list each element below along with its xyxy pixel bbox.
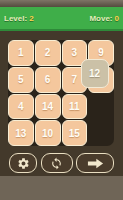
tile-11[interactable]: 11	[62, 94, 88, 120]
move-label: Move:	[89, 14, 112, 23]
puzzle-board: 1239567841411131015	[8, 40, 114, 146]
move-counter: Move: 0	[89, 14, 119, 23]
restart-button[interactable]	[41, 153, 73, 173]
refresh-icon	[50, 157, 63, 170]
tile-2[interactable]: 2	[35, 40, 61, 66]
gear-icon	[17, 157, 30, 170]
tile-12-moving[interactable]: 12	[81, 59, 109, 88]
arrow-right-icon	[87, 158, 104, 169]
game-screen: Level: 2 Move: 0 1239567841411131015 12	[0, 0, 123, 200]
level-label: Level:	[4, 14, 27, 23]
level-indicator: Level: 2	[4, 14, 34, 23]
empty-cell	[88, 94, 114, 120]
move-value: 0	[115, 14, 119, 23]
status-bar	[0, 0, 123, 7]
toolbar	[9, 153, 114, 173]
tile-1[interactable]: 1	[8, 40, 34, 66]
tile-13[interactable]: 13	[8, 120, 34, 146]
bottom-strip	[0, 176, 123, 200]
tile-6[interactable]: 6	[35, 67, 61, 93]
empty-cell	[88, 120, 114, 146]
header-bar: Level: 2 Move: 0	[0, 7, 123, 31]
tile-15[interactable]: 15	[62, 120, 88, 146]
tile-4[interactable]: 4	[8, 94, 34, 120]
tile-14[interactable]: 14	[35, 94, 61, 120]
settings-button[interactable]	[9, 153, 37, 173]
level-value: 2	[29, 14, 33, 23]
next-button[interactable]	[76, 153, 114, 173]
tile-10[interactable]: 10	[35, 120, 61, 146]
tile-5[interactable]: 5	[8, 67, 34, 93]
